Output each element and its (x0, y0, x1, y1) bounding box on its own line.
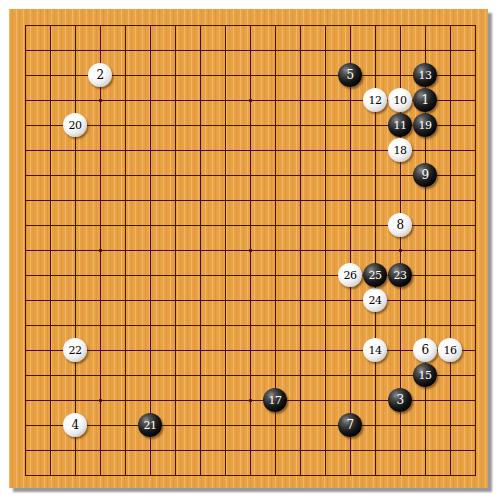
stone-black-3: 3 (388, 388, 412, 412)
star-point (99, 249, 102, 252)
go-board[interactable]: 1234567891011121314151617181920212223242… (9, 9, 488, 488)
star-point (99, 99, 102, 102)
page-background: 1234567891011121314151617181920212223242… (0, 0, 500, 500)
stone-white-26: 26 (338, 263, 362, 287)
stone-black-17: 17 (263, 388, 287, 412)
stone-white-8: 8 (388, 213, 412, 237)
stone-white-16: 16 (438, 338, 462, 362)
stone-white-14: 14 (363, 338, 387, 362)
stone-white-12: 12 (363, 88, 387, 112)
stone-white-4: 4 (63, 413, 87, 437)
stone-black-7: 7 (338, 413, 362, 437)
stone-black-11: 11 (388, 113, 412, 137)
stone-white-6: 6 (413, 338, 437, 362)
stone-white-2: 2 (88, 63, 112, 87)
stone-white-20: 20 (63, 113, 87, 137)
stone-black-13: 13 (413, 63, 437, 87)
stone-black-9: 9 (413, 163, 437, 187)
board-grid[interactable]: 1234567891011121314151617181920212223242… (25, 25, 476, 476)
stone-black-15: 15 (413, 363, 437, 387)
stone-white-10: 10 (388, 88, 412, 112)
star-point (249, 99, 252, 102)
stone-black-21: 21 (138, 413, 162, 437)
stone-white-18: 18 (388, 138, 412, 162)
star-point (249, 249, 252, 252)
stone-black-25: 25 (363, 263, 387, 287)
stone-black-1: 1 (413, 88, 437, 112)
star-point (99, 399, 102, 402)
star-point (249, 399, 252, 402)
stone-white-22: 22 (63, 338, 87, 362)
stone-white-24: 24 (363, 288, 387, 312)
stone-black-23: 23 (388, 263, 412, 287)
stone-black-5: 5 (338, 63, 362, 87)
stone-black-19: 19 (413, 113, 437, 137)
star-point (399, 249, 402, 252)
